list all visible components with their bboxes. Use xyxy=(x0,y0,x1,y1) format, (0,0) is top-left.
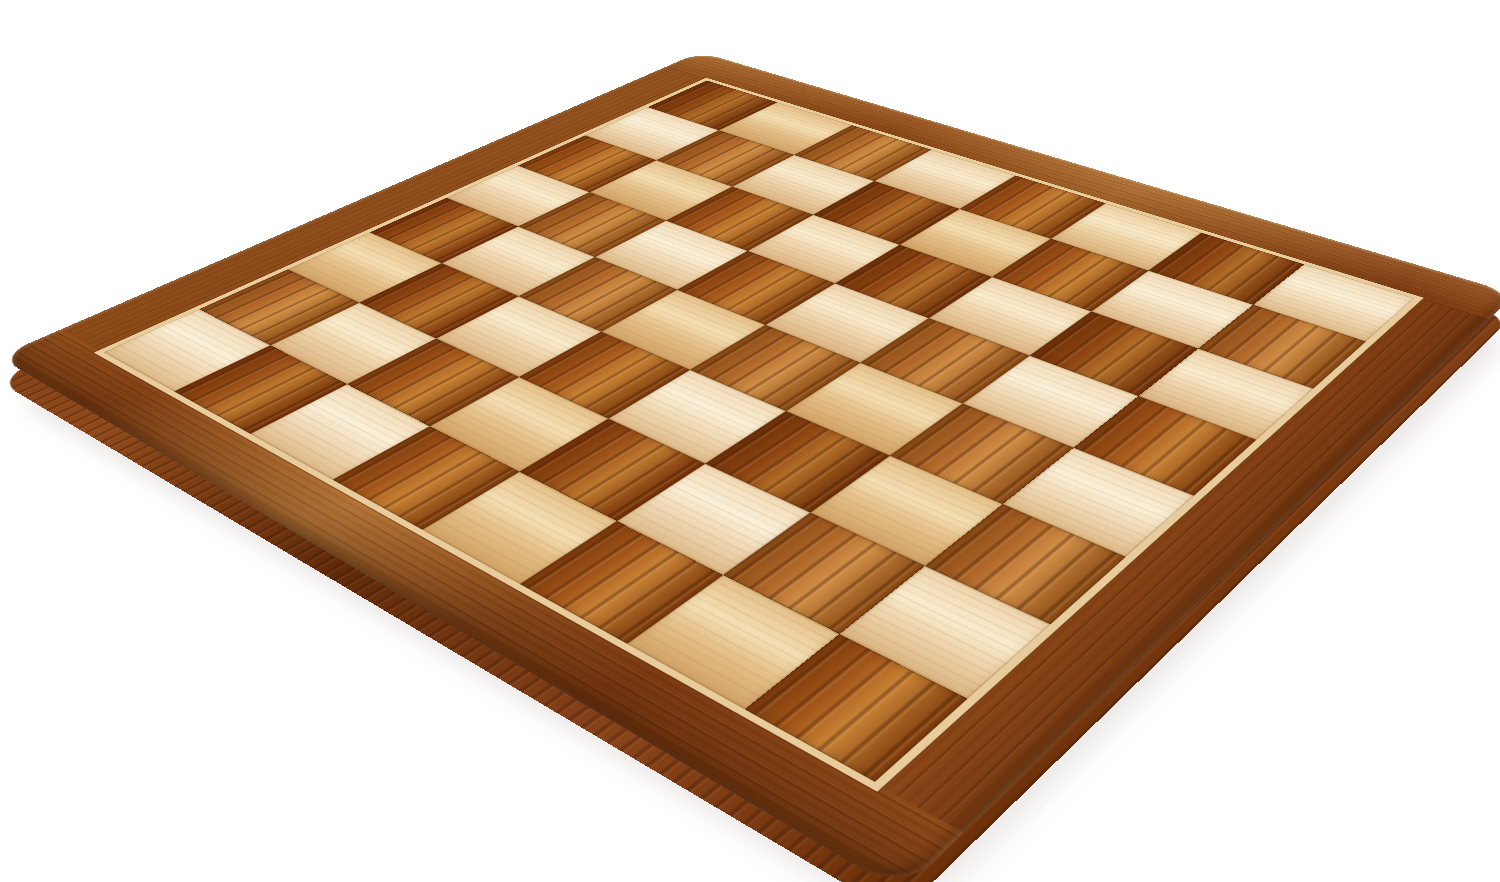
photo-canvas xyxy=(0,0,1500,882)
squares-grid xyxy=(104,81,1414,782)
playing-area xyxy=(94,78,1424,792)
chessboard xyxy=(0,52,1500,882)
